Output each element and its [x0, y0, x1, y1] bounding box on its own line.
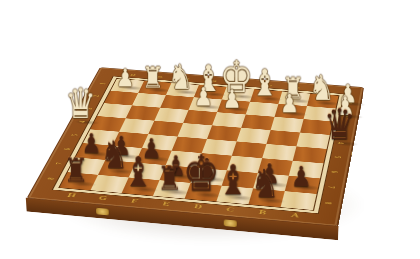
black-rook-glyph: ♜ [64, 154, 89, 187]
file-label-front-g: G [98, 195, 109, 202]
black-queen-glyph: ♛ [324, 104, 356, 146]
file-label-front-d: D [193, 203, 203, 210]
black-king-glyph: ♚ [183, 149, 220, 198]
black-king-d8: ♚ [185, 183, 222, 202]
black-rook-glyph: ♜ [157, 162, 182, 195]
black-knight-glyph: ♞ [250, 165, 279, 204]
rank-label-left-1: 1 [98, 83, 107, 85]
square-d4 [207, 125, 241, 141]
white-queen-glyph: ♛ [65, 83, 96, 124]
rank-label-left-5: 5 [70, 134, 80, 137]
brass-hinge-1 [96, 208, 109, 216]
black-bishop-glyph: ♝ [218, 160, 249, 201]
rank-label-right-6: 6 [329, 170, 339, 173]
rank-label-left-8: 8 [46, 177, 56, 180]
file-label-front-b: B [258, 209, 267, 216]
file-label-front-e: E [162, 200, 171, 207]
square-a8 [281, 191, 317, 210]
black-knight-b8: ♞ [248, 188, 284, 207]
square-b4 [266, 130, 300, 146]
black-pawn-glyph: ♟ [291, 163, 312, 191]
chess-board: ♞♝♚♜♝♜♟♟♟♟♞♟♟♟♟♟♟♞♜♝♚♝♞♜♟♛♛♟♟HGFEDCBAHGF… [27, 67, 365, 226]
file-label-front-c: C [225, 206, 235, 213]
black-bishop-glyph: ♝ [123, 152, 154, 193]
file-label-front-a: A [290, 212, 299, 219]
rank-label-right-5: 5 [332, 156, 342, 159]
rank-label-right-7: 7 [326, 186, 336, 189]
brass-hinge-2 [223, 219, 236, 227]
square-c4 [237, 128, 271, 144]
chess-set-photo: ♞♝♚♜♝♜♟♟♟♟♞♟♟♟♟♟♟♞♜♝♚♝♞♜♟♛♛♟♟HGFEDCBAHGF… [0, 0, 420, 259]
rank-label-right-8: 8 [323, 202, 333, 205]
file-label-front-h: H [66, 192, 77, 199]
file-label-front-f: F [130, 198, 139, 204]
